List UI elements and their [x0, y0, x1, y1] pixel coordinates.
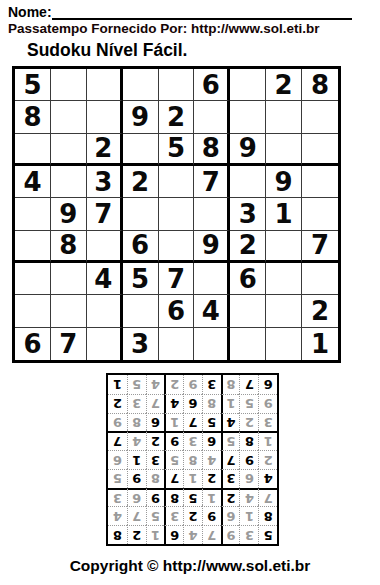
solution-cell-r2c1: 8: [258, 506, 277, 525]
solution-cell-r3c9: 3: [108, 488, 127, 507]
solution-cell-r9c3: 8: [221, 375, 240, 394]
puzzle-cell-r7c5: 7: [159, 263, 195, 295]
puzzle-cell-r9c1: 6: [15, 328, 51, 360]
puzzle-cell-r8c4: [123, 295, 159, 327]
puzzle-cell-r1c4: [123, 69, 159, 101]
solution-cell-r3c5: 5: [183, 488, 202, 507]
puzzle-cell-r6c6: 9: [194, 231, 230, 263]
solution-cell-r1c6: 6: [164, 525, 183, 544]
puzzle-cell-r5c5: [159, 198, 195, 230]
puzzle-cell-r8c5: 6: [159, 295, 195, 327]
solution-cell-r9c1: 6: [258, 375, 277, 394]
solution-cell-r5c1: 2: [258, 450, 277, 469]
solution-cell-r5c6: 5: [164, 450, 183, 469]
puzzle-cell-r6c3: [87, 231, 123, 263]
puzzle-cell-r2c2: [51, 101, 87, 133]
puzzle-cell-r8c8: [266, 295, 302, 327]
solution-cell-r3c6: 8: [164, 488, 183, 507]
puzzle-cell-r7c9: [302, 263, 338, 295]
solution-cell-r9c2: 7: [239, 375, 258, 394]
solution-cell-r4c4: 2: [202, 469, 221, 488]
puzzle-cell-r8c9: 2: [302, 295, 338, 327]
solution-cell-r2c6: 3: [164, 506, 183, 525]
solution-cell-r9c4: 3: [202, 375, 221, 394]
puzzle-cell-r5c7: 3: [230, 198, 266, 230]
solution-cell-r8c4: 8: [202, 394, 221, 413]
page-title: Sudoku Nível Fácil.: [27, 40, 187, 61]
solution-cell-r2c5: 2: [183, 506, 202, 525]
solution-cell-r7c8: 8: [127, 413, 146, 432]
puzzle-cell-r6c7: 2: [230, 231, 266, 263]
solution-cell-r2c8: 7: [127, 506, 146, 525]
puzzle-cell-r6c4: 6: [123, 231, 159, 263]
puzzle-cell-r5c6: [194, 198, 230, 230]
solution-cell-r6c8: 4: [127, 431, 146, 450]
solution-cell-r1c8: 2: [127, 525, 146, 544]
puzzle-cell-r3c2: [51, 134, 87, 166]
name-row: Nome:: [8, 4, 352, 20]
puzzle-cell-r8c6: 4: [194, 295, 230, 327]
solution-cell-r7c3: 4: [221, 413, 240, 432]
puzzle-cell-r5c4: [123, 198, 159, 230]
solution-cell-r3c1: 7: [258, 488, 277, 507]
puzzle-cell-r1c8: 2: [266, 69, 302, 101]
solution-cell-r6c5: 3: [183, 431, 202, 450]
solution-cell-r7c6: 1: [164, 413, 183, 432]
puzzle-cell-r6c8: [266, 231, 302, 263]
puzzle-cell-r2c3: [87, 101, 123, 133]
puzzle-cell-r6c9: 7: [302, 231, 338, 263]
sudoku-solution-grid: 5397461288169235747421589634632178952974…: [106, 373, 279, 546]
solution-cell-r9c8: 5: [127, 375, 146, 394]
solution-cell-r1c5: 4: [183, 525, 202, 544]
solution-cell-r4c2: 6: [239, 469, 258, 488]
solution-cell-r2c7: 5: [146, 506, 165, 525]
solution-cell-r8c1: 9: [258, 394, 277, 413]
puzzle-cell-r5c3: 7: [87, 198, 123, 230]
solution-cell-r9c6: 2: [164, 375, 183, 394]
solution-cell-r3c4: 1: [202, 488, 221, 507]
solution-cell-r3c3: 2: [221, 488, 240, 507]
puzzle-cell-r9c8: [266, 328, 302, 360]
puzzle-cell-r2c1: 8: [15, 101, 51, 133]
solution-cell-r8c8: 3: [127, 394, 146, 413]
puzzle-cell-r7c3: 4: [87, 263, 123, 295]
name-underline: [52, 5, 352, 20]
puzzle-cell-r5c1: [15, 198, 51, 230]
solution-cell-r8c9: 2: [108, 394, 127, 413]
puzzle-cell-r6c5: [159, 231, 195, 263]
solution-cell-r4c8: 9: [127, 469, 146, 488]
solution-cell-r4c6: 7: [164, 469, 183, 488]
puzzle-cell-r8c7: [230, 295, 266, 327]
puzzle-cell-r9c5: [159, 328, 195, 360]
puzzle-cell-r3c5: 5: [159, 134, 195, 166]
solution-cell-r5c8: 1: [127, 450, 146, 469]
puzzle-cell-r6c2: 8: [51, 231, 87, 263]
solution-cell-r1c1: 5: [258, 525, 277, 544]
solution-cell-r9c5: 9: [183, 375, 202, 394]
solution-cell-r5c3: 7: [221, 450, 240, 469]
puzzle-cell-r1c2: [51, 69, 87, 101]
puzzle-cell-r4c5: [159, 166, 195, 198]
solution-cell-r2c3: 6: [221, 506, 240, 525]
puzzle-cell-r5c2: 9: [51, 198, 87, 230]
solution-cell-r6c1: 1: [258, 431, 277, 450]
solution-cell-r1c4: 7: [202, 525, 221, 544]
solution-cell-r8c6: 4: [164, 394, 183, 413]
solution-cell-r7c4: 5: [202, 413, 221, 432]
puzzle-cell-r2c6: [194, 101, 230, 133]
puzzle-cell-r3c7: 9: [230, 134, 266, 166]
puzzle-cell-r4c6: 7: [194, 166, 230, 198]
puzzle-cell-r1c5: [159, 69, 195, 101]
solution-cell-r3c2: 4: [239, 488, 258, 507]
solution-cell-r5c7: 3: [146, 450, 165, 469]
solution-cell-r3c7: 9: [146, 488, 165, 507]
solution-cell-r7c5: 7: [183, 413, 202, 432]
solution-cell-r3c8: 6: [127, 488, 146, 507]
puzzle-cell-r1c3: [87, 69, 123, 101]
solution-cell-r6c6: 9: [164, 431, 183, 450]
puzzle-cell-r3c3: 2: [87, 134, 123, 166]
puzzle-cell-r9c4: 3: [123, 328, 159, 360]
solution-cell-r1c2: 3: [239, 525, 258, 544]
puzzle-cell-r4c8: 9: [266, 166, 302, 198]
solution-cell-r7c9: 9: [108, 413, 127, 432]
solution-cell-r6c9: 7: [108, 431, 127, 450]
solution-cell-r2c2: 1: [239, 506, 258, 525]
solution-cell-r8c5: 6: [183, 394, 202, 413]
puzzle-cell-r3c9: [302, 134, 338, 166]
puzzle-cell-r1c1: 5: [15, 69, 51, 101]
provider-text: Passatempo Fornecido Por: http://www.sol…: [8, 21, 320, 36]
page: Nome: Passatempo Fornecido Por: http://w…: [0, 0, 380, 585]
solution-cell-r7c1: 3: [258, 413, 277, 432]
puzzle-cell-r4c1: 4: [15, 166, 51, 198]
puzzle-cell-r3c4: [123, 134, 159, 166]
name-label: Nome:: [8, 4, 52, 20]
puzzle-cell-r3c8: [266, 134, 302, 166]
solution-cell-r4c9: 5: [108, 469, 127, 488]
copyright-text: Copyright © http://www.sol.eti.br: [0, 557, 380, 575]
puzzle-cell-r7c6: [194, 263, 230, 295]
puzzle-cell-r4c4: 2: [123, 166, 159, 198]
puzzle-cell-r9c3: [87, 328, 123, 360]
puzzle-cell-r4c2: [51, 166, 87, 198]
puzzle-cell-r2c7: [230, 101, 266, 133]
puzzle-cell-r5c9: [302, 198, 338, 230]
puzzle-cell-r2c5: 2: [159, 101, 195, 133]
solution-cell-r5c4: 4: [202, 450, 221, 469]
solution-cell-r4c1: 4: [258, 469, 277, 488]
solution-cell-r9c9: 1: [108, 375, 127, 394]
puzzle-cell-r9c6: [194, 328, 230, 360]
puzzle-cell-r6c1: [15, 231, 51, 263]
puzzle-cell-r1c6: 6: [194, 69, 230, 101]
puzzle-cell-r7c4: 5: [123, 263, 159, 295]
solution-cell-r1c3: 9: [221, 525, 240, 544]
puzzle-cell-r8c1: [15, 295, 51, 327]
solution-cell-r8c7: 7: [146, 394, 165, 413]
puzzle-cell-r8c3: [87, 295, 123, 327]
puzzle-cell-r4c9: [302, 166, 338, 198]
solution-cell-r1c7: 1: [146, 525, 165, 544]
puzzle-cell-r5c8: 1: [266, 198, 302, 230]
puzzle-cell-r2c4: 9: [123, 101, 159, 133]
puzzle-cell-r4c3: 3: [87, 166, 123, 198]
solution-cell-r9c7: 4: [146, 375, 165, 394]
solution-cell-r1c9: 8: [108, 525, 127, 544]
solution-cell-r2c4: 9: [202, 506, 221, 525]
solution-cell-r6c2: 8: [239, 431, 258, 450]
solution-cell-r5c9: 6: [108, 450, 127, 469]
puzzle-cell-r3c6: 8: [194, 134, 230, 166]
solution-cell-r8c3: 1: [221, 394, 240, 413]
solution-cell-r6c3: 5: [221, 431, 240, 450]
puzzle-cell-r2c9: [302, 101, 338, 133]
solution-cell-r5c5: 8: [183, 450, 202, 469]
solution-cell-r7c2: 2: [239, 413, 258, 432]
puzzle-cell-r9c2: 7: [51, 328, 87, 360]
solution-cell-r7c7: 6: [146, 413, 165, 432]
solution-cell-r8c2: 5: [239, 394, 258, 413]
puzzle-cell-r1c7: [230, 69, 266, 101]
solution-cell-r6c7: 2: [146, 431, 165, 450]
solution-cell-r4c7: 8: [146, 469, 165, 488]
puzzle-cell-r1c9: 8: [302, 69, 338, 101]
puzzle-cell-r9c9: 1: [302, 328, 338, 360]
puzzle-cell-r2c8: [266, 101, 302, 133]
puzzle-cell-r9c7: [230, 328, 266, 360]
puzzle-cell-r7c7: 6: [230, 263, 266, 295]
solution-cell-r5c2: 9: [239, 450, 258, 469]
puzzle-cell-r7c8: [266, 263, 302, 295]
sudoku-puzzle-grid: 562889225894327997318692745766426731: [12, 66, 341, 363]
solution-cell-r6c4: 6: [202, 431, 221, 450]
solution-cell-r4c5: 1: [183, 469, 202, 488]
puzzle-cell-r8c2: [51, 295, 87, 327]
solution-cell-r2c9: 4: [108, 506, 127, 525]
puzzle-cell-r7c1: [15, 263, 51, 295]
puzzle-cell-r3c1: [15, 134, 51, 166]
solution-cell-r4c3: 3: [221, 469, 240, 488]
puzzle-cell-r7c2: [51, 263, 87, 295]
puzzle-cell-r4c7: [230, 166, 266, 198]
